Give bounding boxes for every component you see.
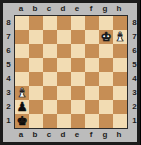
square-e2[interactable] bbox=[71, 100, 85, 114]
square-b8[interactable] bbox=[29, 16, 43, 30]
file-label-e-bottom: e bbox=[70, 131, 84, 139]
square-h1[interactable] bbox=[113, 114, 127, 128]
black-pawn-a2[interactable]: ♟ bbox=[16, 100, 27, 114]
square-d2[interactable] bbox=[57, 100, 71, 114]
square-a1[interactable]: ♚ bbox=[15, 114, 29, 128]
square-g4[interactable] bbox=[99, 72, 113, 86]
square-c6[interactable] bbox=[43, 44, 57, 58]
rank-label-6-right: 6 bbox=[128, 47, 141, 55]
square-e5[interactable] bbox=[71, 58, 85, 72]
rank-label-6-left: 6 bbox=[3, 47, 14, 55]
square-d1[interactable] bbox=[57, 114, 71, 128]
square-e7[interactable] bbox=[71, 30, 85, 44]
file-label-g-top: g bbox=[98, 5, 112, 13]
square-f4[interactable] bbox=[85, 72, 99, 86]
file-labels-top: abcdefgh bbox=[14, 3, 126, 15]
rank-label-3-right: 3 bbox=[128, 89, 141, 97]
square-d7[interactable] bbox=[57, 30, 71, 44]
file-label-a-top: a bbox=[14, 5, 28, 13]
square-b6[interactable] bbox=[29, 44, 43, 58]
square-h7[interactable]: ♝ bbox=[113, 30, 127, 44]
square-h3[interactable] bbox=[113, 86, 127, 100]
rank-label-5-right: 5 bbox=[128, 61, 141, 69]
file-label-a-bottom: a bbox=[14, 131, 28, 139]
square-f3[interactable] bbox=[85, 86, 99, 100]
file-labels-bottom: abcdefgh bbox=[14, 129, 126, 142]
file-label-b-top: b bbox=[28, 5, 42, 13]
square-b3[interactable] bbox=[29, 86, 43, 100]
square-d6[interactable] bbox=[57, 44, 71, 58]
white-bishop-h7[interactable]: ♝ bbox=[114, 30, 125, 44]
square-h2[interactable] bbox=[113, 100, 127, 114]
board-margin-panel: abcdefgh 87654321 ♚♝♝♟♚ 87654321 abcdefg… bbox=[3, 3, 137, 142]
square-e6[interactable] bbox=[71, 44, 85, 58]
rank-labels-right: 87654321 bbox=[128, 16, 141, 128]
square-a3[interactable]: ♝ bbox=[15, 86, 29, 100]
square-c2[interactable] bbox=[43, 100, 57, 114]
square-d4[interactable] bbox=[57, 72, 71, 86]
square-c5[interactable] bbox=[43, 58, 57, 72]
square-a6[interactable] bbox=[15, 44, 29, 58]
square-f1[interactable] bbox=[85, 114, 99, 128]
square-a4[interactable] bbox=[15, 72, 29, 86]
square-e3[interactable] bbox=[71, 86, 85, 100]
file-label-h-bottom: h bbox=[112, 131, 126, 139]
square-h4[interactable] bbox=[113, 72, 127, 86]
square-b4[interactable] bbox=[29, 72, 43, 86]
square-d5[interactable] bbox=[57, 58, 71, 72]
square-e8[interactable] bbox=[71, 16, 85, 30]
file-label-f-top: f bbox=[84, 5, 98, 13]
square-g1[interactable] bbox=[99, 114, 113, 128]
square-e1[interactable] bbox=[71, 114, 85, 128]
file-label-h-top: h bbox=[112, 5, 126, 13]
square-a2[interactable]: ♟ bbox=[15, 100, 29, 114]
square-d8[interactable] bbox=[57, 16, 71, 30]
board-middle-band: 87654321 ♚♝♝♟♚ 87654321 bbox=[3, 15, 141, 129]
square-g6[interactable] bbox=[99, 44, 113, 58]
square-f8[interactable] bbox=[85, 16, 99, 30]
square-h8[interactable] bbox=[113, 16, 127, 30]
file-label-e-top: e bbox=[70, 5, 84, 13]
file-label-d-top: d bbox=[56, 5, 70, 13]
square-b5[interactable] bbox=[29, 58, 43, 72]
rank-label-2-right: 2 bbox=[128, 103, 141, 111]
square-g8[interactable] bbox=[99, 16, 113, 30]
square-a8[interactable] bbox=[15, 16, 29, 30]
square-b1[interactable] bbox=[29, 114, 43, 128]
rank-label-7-right: 7 bbox=[128, 33, 141, 41]
square-c1[interactable] bbox=[43, 114, 57, 128]
square-d3[interactable] bbox=[57, 86, 71, 100]
square-b2[interactable] bbox=[29, 100, 43, 114]
square-g2[interactable] bbox=[99, 100, 113, 114]
chess-board: ♚♝♝♟♚ bbox=[14, 15, 128, 129]
file-label-c-bottom: c bbox=[42, 131, 56, 139]
white-bishop-a3[interactable]: ♝ bbox=[16, 86, 27, 100]
square-a7[interactable] bbox=[15, 30, 29, 44]
file-label-c-top: c bbox=[42, 5, 56, 13]
square-g3[interactable] bbox=[99, 86, 113, 100]
diagram-frame: abcdefgh 87654321 ♚♝♝♟♚ 87654321 abcdefg… bbox=[0, 0, 140, 145]
rank-labels-left: 87654321 bbox=[3, 16, 14, 128]
square-g7[interactable]: ♚ bbox=[99, 30, 113, 44]
rank-label-2-left: 2 bbox=[3, 103, 14, 111]
rank-label-4-left: 4 bbox=[3, 75, 14, 83]
file-label-f-bottom: f bbox=[84, 131, 98, 139]
square-g5[interactable] bbox=[99, 58, 113, 72]
square-a5[interactable] bbox=[15, 58, 29, 72]
square-c7[interactable] bbox=[43, 30, 57, 44]
square-c4[interactable] bbox=[43, 72, 57, 86]
square-f7[interactable] bbox=[85, 30, 99, 44]
rank-label-1-left: 1 bbox=[3, 117, 14, 125]
square-f2[interactable] bbox=[85, 100, 99, 114]
black-king-a1[interactable]: ♚ bbox=[16, 114, 27, 128]
rank-label-1-right: 1 bbox=[128, 117, 141, 125]
file-label-g-bottom: g bbox=[98, 131, 112, 139]
rank-label-8-left: 8 bbox=[3, 19, 14, 27]
white-king-g7[interactable]: ♚ bbox=[100, 30, 111, 44]
square-h5[interactable] bbox=[113, 58, 127, 72]
rank-label-7-left: 7 bbox=[3, 33, 14, 41]
rank-label-3-left: 3 bbox=[3, 89, 14, 97]
square-h6[interactable] bbox=[113, 44, 127, 58]
rank-label-8-right: 8 bbox=[128, 19, 141, 27]
square-f6[interactable] bbox=[85, 44, 99, 58]
square-f5[interactable] bbox=[85, 58, 99, 72]
square-c8[interactable] bbox=[43, 16, 57, 30]
file-label-d-bottom: d bbox=[56, 131, 70, 139]
square-e4[interactable] bbox=[71, 72, 85, 86]
square-c3[interactable] bbox=[43, 86, 57, 100]
file-label-b-bottom: b bbox=[28, 131, 42, 139]
rank-label-5-left: 5 bbox=[3, 61, 14, 69]
square-b7[interactable] bbox=[29, 30, 43, 44]
rank-label-4-right: 4 bbox=[128, 75, 141, 83]
